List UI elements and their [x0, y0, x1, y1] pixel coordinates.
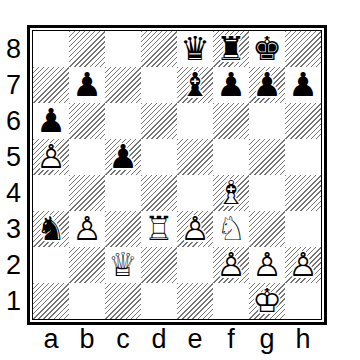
square-b5[interactable]: [69, 139, 105, 175]
square-e1[interactable]: [177, 283, 213, 319]
piece-black-pawn-a6[interactable]: ♟: [33, 103, 69, 139]
square-h1[interactable]: [285, 283, 321, 319]
square-c4[interactable]: [105, 175, 141, 211]
square-d1[interactable]: [141, 283, 177, 319]
square-a6[interactable]: ♟: [33, 103, 69, 139]
piece-white-king-g1[interactable]: ♔: [249, 283, 285, 319]
square-d6[interactable]: [141, 103, 177, 139]
piece-white-pawn-h2[interactable]: ♙: [285, 247, 321, 283]
square-f7[interactable]: ♟: [213, 67, 249, 103]
piece-white-pawn-a5[interactable]: ♙: [33, 139, 69, 175]
piece-black-king-g8[interactable]: ♚: [249, 31, 285, 67]
square-h2[interactable]: ♙: [285, 247, 321, 283]
square-b6[interactable]: [69, 103, 105, 139]
square-h3[interactable]: [285, 211, 321, 247]
square-h8[interactable]: [285, 31, 321, 67]
square-b3[interactable]: ♙: [69, 211, 105, 247]
square-c5[interactable]: ♟: [105, 139, 141, 175]
square-c3[interactable]: [105, 211, 141, 247]
piece-black-queen-e8[interactable]: ♛: [177, 31, 213, 67]
square-g5[interactable]: [249, 139, 285, 175]
square-f2[interactable]: ♙: [213, 247, 249, 283]
square-f3[interactable]: ♘: [213, 211, 249, 247]
piece-black-bishop-e7[interactable]: ♝: [177, 67, 213, 103]
square-b7[interactable]: ♟: [69, 67, 105, 103]
square-b4[interactable]: [69, 175, 105, 211]
square-g6[interactable]: [249, 103, 285, 139]
square-e6[interactable]: [177, 103, 213, 139]
file-labels: abcdefgh: [33, 323, 321, 355]
file-label-h: h: [285, 323, 321, 355]
rank-label-5: 5: [0, 139, 27, 175]
rank-label-1: 1: [0, 283, 27, 319]
square-d3[interactable]: ♖: [141, 211, 177, 247]
square-e4[interactable]: [177, 175, 213, 211]
piece-black-pawn-c5[interactable]: ♟: [105, 139, 141, 175]
piece-white-knight-f3[interactable]: ♘: [213, 211, 249, 247]
file-label-d: d: [141, 323, 177, 355]
chess-board: ♛♜♚♟♝♟♟♟♟♙♟♗♞♙♖♙♘♕♙♙♙♔: [33, 31, 321, 319]
square-e2[interactable]: [177, 247, 213, 283]
square-e8[interactable]: ♛: [177, 31, 213, 67]
rank-labels: 87654321: [0, 31, 27, 319]
square-g8[interactable]: ♚: [249, 31, 285, 67]
board-inner-border: ♛♜♚♟♝♟♟♟♟♙♟♗♞♙♖♙♘♕♙♙♙♔: [32, 30, 322, 320]
file-label-a: a: [33, 323, 69, 355]
square-e3[interactable]: ♙: [177, 211, 213, 247]
square-f1[interactable]: [213, 283, 249, 319]
square-a8[interactable]: [33, 31, 69, 67]
file-label-f: f: [213, 323, 249, 355]
square-c1[interactable]: [105, 283, 141, 319]
piece-white-pawn-e3[interactable]: ♙: [177, 211, 213, 247]
square-h6[interactable]: [285, 103, 321, 139]
square-c6[interactable]: [105, 103, 141, 139]
square-h5[interactable]: [285, 139, 321, 175]
file-label-b: b: [69, 323, 105, 355]
square-f4[interactable]: ♗: [213, 175, 249, 211]
chess-diagram: 87654321 ♛♜♚♟♝♟♟♟♟♙♟♗♞♙♖♙♘♕♙♙♙♔ abcdefgh: [0, 0, 360, 360]
square-d7[interactable]: [141, 67, 177, 103]
square-g7[interactable]: ♟: [249, 67, 285, 103]
square-h7[interactable]: ♟: [285, 67, 321, 103]
piece-white-pawn-g2[interactable]: ♙: [249, 247, 285, 283]
rank-label-2: 2: [0, 247, 27, 283]
file-label-e: e: [177, 323, 213, 355]
rank-label-4: 4: [0, 175, 27, 211]
rank-label-3: 3: [0, 211, 27, 247]
square-a5[interactable]: ♙: [33, 139, 69, 175]
piece-white-bishop-f4[interactable]: ♗: [213, 175, 249, 211]
square-f5[interactable]: [213, 139, 249, 175]
square-a7[interactable]: [33, 67, 69, 103]
piece-white-rook-d3[interactable]: ♖: [141, 211, 177, 247]
piece-white-pawn-f2[interactable]: ♙: [213, 247, 249, 283]
piece-black-pawn-g7[interactable]: ♟: [249, 67, 285, 103]
square-e5[interactable]: [177, 139, 213, 175]
square-a3[interactable]: ♞: [33, 211, 69, 247]
piece-black-pawn-b7[interactable]: ♟: [69, 67, 105, 103]
rank-label-7: 7: [0, 67, 27, 103]
square-g1[interactable]: ♔: [249, 283, 285, 319]
square-d4[interactable]: [141, 175, 177, 211]
square-g4[interactable]: [249, 175, 285, 211]
square-c2[interactable]: ♕: [105, 247, 141, 283]
rank-label-6: 6: [0, 103, 27, 139]
piece-white-pawn-b3[interactable]: ♙: [69, 211, 105, 247]
square-h4[interactable]: [285, 175, 321, 211]
square-b1[interactable]: [69, 283, 105, 319]
board-frame: ♛♜♚♟♝♟♟♟♟♙♟♗♞♙♖♙♘♕♙♙♙♔: [27, 25, 327, 325]
square-b2[interactable]: [69, 247, 105, 283]
piece-black-knight-a3[interactable]: ♞: [33, 211, 69, 247]
file-label-g: g: [249, 323, 285, 355]
square-d8[interactable]: [141, 31, 177, 67]
piece-black-pawn-f7[interactable]: ♟: [213, 67, 249, 103]
square-d5[interactable]: [141, 139, 177, 175]
square-c7[interactable]: [105, 67, 141, 103]
square-e7[interactable]: ♝: [177, 67, 213, 103]
piece-black-rook-f8[interactable]: ♜: [213, 31, 249, 67]
square-g3[interactable]: [249, 211, 285, 247]
square-f6[interactable]: [213, 103, 249, 139]
piece-white-queen-c2[interactable]: ♕: [105, 247, 141, 283]
square-f8[interactable]: ♜: [213, 31, 249, 67]
file-label-c: c: [105, 323, 141, 355]
piece-black-pawn-h7[interactable]: ♟: [285, 67, 321, 103]
square-b8[interactable]: [69, 31, 105, 67]
rank-label-8: 8: [0, 31, 27, 67]
square-a1[interactable]: [33, 283, 69, 319]
square-d2[interactable]: [141, 247, 177, 283]
square-c8[interactable]: [105, 31, 141, 67]
square-a2[interactable]: [33, 247, 69, 283]
square-g2[interactable]: ♙: [249, 247, 285, 283]
square-a4[interactable]: [33, 175, 69, 211]
